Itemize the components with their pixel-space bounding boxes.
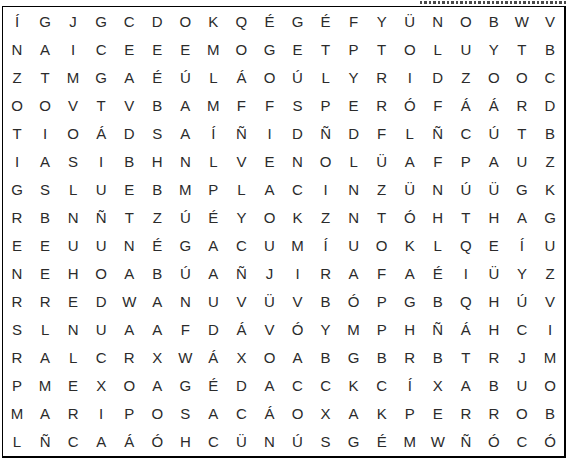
grid-cell-r11c8: U [199,288,227,316]
grid-cell-r4c18: Á [480,91,508,119]
word-search-board: ÍGJGCDOKQÉGÉFYÜNOBWVNAICEEEMOGETPTOLUYTB… [2,6,566,458]
grid-cell-r1c14: Y [368,7,396,35]
grid-cell-r6c9: V [227,147,255,175]
grid-cell-r5c12: Ñ [312,119,340,147]
grid-cell-r16c5: Á [115,428,143,456]
grid-cell-r11c11: V [283,288,311,316]
grid-cell-r16c12: S [312,428,340,456]
grid-cell-r13c11: A [283,344,311,372]
grid-cell-r2c10: G [255,35,283,63]
grid-cell-r2c19: T [508,35,536,63]
grid-cell-r10c8: A [199,260,227,288]
grid-cell-r8c10: O [255,203,283,231]
grid-cell-r5c13: D [340,119,368,147]
grid-cell-r9c14: O [368,232,396,260]
grid-cell-r15c16: E [424,400,452,428]
grid-cell-r5c7: A [171,119,199,147]
grid-cell-r12c12: Y [312,316,340,344]
grid-cell-r3c15: I [396,63,424,91]
grid-cell-r8c4: Ñ [87,203,115,231]
grid-cell-r6c8: L [199,147,227,175]
grid-cell-r5c17: C [452,119,480,147]
grid-cell-r8c2: B [31,203,59,231]
grid-cell-r3c4: G [87,63,115,91]
grid-cell-r2c18: Y [480,35,508,63]
grid-cell-r13c10: O [255,344,283,372]
grid-cell-r7c10: A [255,175,283,203]
grid-cell-r9c6: É [143,232,171,260]
grid-cell-r5c3: O [59,119,87,147]
grid-cell-r4c13: E [340,91,368,119]
grid-cell-r11c10: Ü [255,288,283,316]
grid-cell-r9c16: L [424,232,452,260]
grid-cell-r15c7: S [171,400,199,428]
grid-cell-r15c2: A [31,400,59,428]
grid-cell-r8c17: T [452,203,480,231]
grid-cell-r14c17: A [452,372,480,400]
grid-cell-r13c9: X [227,344,255,372]
grid-cell-r13c1: R [3,344,31,372]
grid-cell-r9c19: Í [508,232,536,260]
grid-cell-r10c11: I [283,260,311,288]
grid-cell-r6c20: Z [536,147,564,175]
grid-cell-r12c9: Á [227,316,255,344]
grid-cell-r5c5: D [115,119,143,147]
grid-cell-r16c19: C [508,428,536,456]
grid-cell-r5c4: Á [87,119,115,147]
grid-cell-r9c3: U [59,232,87,260]
grid-cell-r9c9: C [227,232,255,260]
grid-cell-r1c16: N [424,7,452,35]
grid-cell-r10c6: B [143,260,171,288]
grid-cell-r8c8: É [199,203,227,231]
grid-cell-r5c1: T [3,119,31,147]
grid-cell-r13c7: W [171,344,199,372]
grid-cell-r8c14: T [368,203,396,231]
grid-cell-r12c1: S [3,316,31,344]
grid-cell-r7c19: G [508,175,536,203]
grid-cell-r9c12: Í [312,232,340,260]
grid-cell-r3c18: O [480,63,508,91]
grid-cell-r6c18: A [480,147,508,175]
grid-cell-r1c1: Í [3,7,31,35]
grid-cell-r7c7: M [171,175,199,203]
grid-cell-r14c3: E [59,372,87,400]
grid-cell-r15c3: R [59,400,87,428]
grid-cell-r3c13: Y [340,63,368,91]
grid-cell-r11c9: V [227,288,255,316]
clipped-watermark-text [420,1,568,4]
grid-cell-r8c9: Y [227,203,255,231]
grid-cell-r12c11: Ó [283,316,311,344]
grid-cell-r2c17: U [452,35,480,63]
grid-cell-r12c13: M [340,316,368,344]
grid-cell-r14c1: P [3,372,31,400]
grid-cell-r4c1: O [3,91,31,119]
grid-cell-r11c13: Ó [340,288,368,316]
grid-cell-r3c7: Ú [171,63,199,91]
grid-cell-r15c4: I [87,400,115,428]
grid-cell-r12c5: A [115,316,143,344]
grid-cell-r16c18: Ó [480,428,508,456]
grid-cell-r11c6: A [143,288,171,316]
grid-cell-r6c5: B [115,147,143,175]
grid-cell-r11c17: Q [452,288,480,316]
grid-cell-r10c2: E [31,260,59,288]
grid-cell-r1c11: G [283,7,311,35]
grid-cell-r7c3: L [59,175,87,203]
grid-cell-r4c20: D [536,91,564,119]
grid-cell-r7c11: C [283,175,311,203]
grid-cell-r12c18: H [480,316,508,344]
grid-cell-r4c10: F [255,91,283,119]
grid-cell-r4c11: S [283,91,311,119]
grid-cell-r16c16: W [424,428,452,456]
grid-cell-r16c1: L [3,428,31,456]
grid-cell-r10c4: O [87,260,115,288]
grid-cell-r7c12: I [312,175,340,203]
grid-cell-r2c6: E [143,35,171,63]
grid-cell-r14c7: G [171,372,199,400]
grid-cell-r11c16: B [424,288,452,316]
grid-cell-r16c9: Ü [227,428,255,456]
grid-cell-r2c7: E [171,35,199,63]
grid-cell-r15c19: O [508,400,536,428]
grid-cell-r11c7: N [171,288,199,316]
grid-cell-r15c8: A [199,400,227,428]
grid-cell-r1c4: G [87,7,115,35]
grid-cell-r7c15: Ü [396,175,424,203]
grid-cell-r2c1: N [3,35,31,63]
grid-cell-r11c14: P [368,288,396,316]
grid-cell-r4c17: Á [452,91,480,119]
grid-cell-r9c10: U [255,232,283,260]
grid-cell-r13c12: B [312,344,340,372]
grid-cell-r13c15: R [396,344,424,372]
grid-cell-r9c13: U [340,232,368,260]
grid-cell-r1c6: D [143,7,171,35]
grid-cell-r11c20: V [536,288,564,316]
grid-cell-r6c11: N [283,147,311,175]
grid-cell-r12c16: Ñ [424,316,452,344]
grid-cell-r8c6: Z [143,203,171,231]
grid-cell-r2c15: O [396,35,424,63]
grid-cell-r11c5: W [115,288,143,316]
grid-cell-r6c10: E [255,147,283,175]
grid-cell-r7c14: Z [368,175,396,203]
grid-cell-r13c13: G [340,344,368,372]
grid-cell-r5c14: F [368,119,396,147]
grid-cell-r12c10: V [255,316,283,344]
grid-cell-r5c11: D [283,119,311,147]
grid-cell-r2c4: C [87,35,115,63]
grid-cell-r7c17: Ú [452,175,480,203]
grid-cell-r8c11: K [283,203,311,231]
grid-cell-r7c5: E [115,175,143,203]
grid-cell-r8c3: N [59,203,87,231]
grid-cell-r12c20: I [536,316,564,344]
grid-cell-r16c11: Ú [283,428,311,456]
grid-cell-r4c5: V [115,91,143,119]
grid-cell-r6c12: O [312,147,340,175]
grid-cell-r2c5: E [115,35,143,63]
grid-cell-r6c3: S [59,147,87,175]
grid-cell-r5c8: Í [199,119,227,147]
grid-cell-r1c17: O [452,7,480,35]
grid-cell-r13c3: L [59,344,87,372]
grid-cell-r2c20: B [536,35,564,63]
grid-cell-r3c3: M [59,63,87,91]
grid-cell-r16c6: Ó [143,428,171,456]
grid-cell-r2c8: M [199,35,227,63]
grid-cell-r1c20: V [536,7,564,35]
grid-cell-r15c11: O [283,400,311,428]
grid-cell-r6c19: U [508,147,536,175]
grid-cell-r5c19: T [508,119,536,147]
grid-cell-r3c11: Ú [283,63,311,91]
grid-cell-r16c15: M [396,428,424,456]
grid-cell-r1c2: G [31,7,59,35]
grid-cell-r13c19: J [508,344,536,372]
grid-cell-r4c12: P [312,91,340,119]
grid-cell-r10c3: H [59,260,87,288]
grid-cell-r12c4: U [87,316,115,344]
grid-cell-r7c18: Ü [480,175,508,203]
grid-cell-r8c19: A [508,203,536,231]
grid-cell-r4c16: F [424,91,452,119]
grid-cell-r11c3: E [59,288,87,316]
grid-cell-r1c13: F [340,7,368,35]
grid-cell-r8c20: G [536,203,564,231]
grid-cell-r15c14: K [368,400,396,428]
grid-cell-r14c10: A [255,372,283,400]
grid-cell-r10c1: N [3,260,31,288]
grid-cell-r2c12: T [312,35,340,63]
grid-cell-r7c4: U [87,175,115,203]
grid-cell-r6c6: H [143,147,171,175]
grid-cell-r12c7: F [171,316,199,344]
grid-cell-r11c19: Ú [508,288,536,316]
grid-cell-r10c13: A [340,260,368,288]
grid-cell-r7c1: G [3,175,31,203]
grid-cell-r2c14: T [368,35,396,63]
grid-cell-r4c4: T [87,91,115,119]
grid-cell-r16c7: H [171,428,199,456]
grid-cell-r8c1: R [3,203,31,231]
grid-cell-r4c19: R [508,91,536,119]
grid-cell-r12c17: Á [452,316,480,344]
grid-cell-r15c6: O [143,400,171,428]
grid-cell-r1c8: K [199,7,227,35]
grid-cell-r14c14: C [368,372,396,400]
grid-cell-r5c6: S [143,119,171,147]
grid-cell-r8c16: H [424,203,452,231]
word-search-worksheet: ÍGJGCDOKQÉGÉFYÜNOBWVNAICEEEMOGETPTOLUYTB… [0,0,571,468]
grid-cell-r15c15: P [396,400,424,428]
grid-cell-r16c13: G [340,428,368,456]
grid-cell-r10c19: Y [508,260,536,288]
grid-cell-r1c18: B [480,7,508,35]
grid-cell-r6c14: Ü [368,147,396,175]
grid-cell-r8c18: H [480,203,508,231]
grid-cell-r4c6: B [143,91,171,119]
grid-cell-r13c2: A [31,344,59,372]
grid-cell-r14c18: B [480,372,508,400]
grid-cell-r12c2: L [31,316,59,344]
grid-cell-r6c7: N [171,147,199,175]
grid-cell-r13c17: T [452,344,480,372]
grid-cell-r15c13: A [340,400,368,428]
grid-cell-r9c2: E [31,232,59,260]
grid-cell-r16c20: Ó [536,428,564,456]
grid-cell-r15c5: P [115,400,143,428]
grid-cell-r14c20: O [536,372,564,400]
grid-cell-r12c19: C [508,316,536,344]
grid-cell-r12c6: A [143,316,171,344]
grid-cell-r10c20: Z [536,260,564,288]
grid-cell-r14c13: K [340,372,368,400]
grid-cell-r10c14: F [368,260,396,288]
grid-cell-r9c11: M [283,232,311,260]
grid-cell-r15c20: B [536,400,564,428]
grid-cell-r16c14: É [368,428,396,456]
grid-cell-r5c20: B [536,119,564,147]
grid-cell-r3c14: R [368,63,396,91]
grid-cell-r11c12: B [312,288,340,316]
grid-cell-r11c2: R [31,288,59,316]
grid-cell-r3c12: L [312,63,340,91]
grid-cell-r15c9: C [227,400,255,428]
grid-cell-r13c4: C [87,344,115,372]
grid-cell-r3c9: Á [227,63,255,91]
grid-cell-r11c18: H [480,288,508,316]
grid-cell-r5c15: L [396,119,424,147]
grid-cell-r10c7: Ú [171,260,199,288]
grid-cell-r13c8: Á [199,344,227,372]
grid-cell-r16c8: C [199,428,227,456]
grid-cell-r9c17: Q [452,232,480,260]
grid-cell-r16c17: Ñ [452,428,480,456]
grid-cell-r5c16: Ñ [424,119,452,147]
grid-cell-r14c11: C [283,372,311,400]
grid-cell-r2c2: A [31,35,59,63]
grid-cell-r14c15: Í [396,372,424,400]
grid-cell-r4c3: V [59,91,87,119]
grid-cell-r1c5: C [115,7,143,35]
grid-cell-r6c17: P [452,147,480,175]
grid-cell-r1c3: J [59,7,87,35]
grid-cell-r3c5: A [115,63,143,91]
grid-cell-r7c6: B [143,175,171,203]
grid-cell-r4c2: O [31,91,59,119]
grid-cell-r7c8: P [199,175,227,203]
grid-cell-r9c18: E [480,232,508,260]
grid-cell-r2c16: L [424,35,452,63]
grid-cell-r9c5: N [115,232,143,260]
grid-cell-r12c8: D [199,316,227,344]
grid-cell-r9c1: E [3,232,31,260]
grid-cell-r3c2: T [31,63,59,91]
grid-cell-r10c16: É [424,260,452,288]
grid-cell-r16c3: C [59,428,87,456]
grid-cell-r16c4: A [87,428,115,456]
grid-cell-r15c12: X [312,400,340,428]
grid-cell-r1c7: O [171,7,199,35]
grid-cell-r4c15: Ó [396,91,424,119]
grid-cell-r14c19: U [508,372,536,400]
grid-cell-r4c9: F [227,91,255,119]
grid-cell-r5c10: I [255,119,283,147]
grid-cell-r13c14: B [368,344,396,372]
grid-cell-r3c17: Z [452,63,480,91]
grid-cell-r10c12: R [312,260,340,288]
grid-cell-r13c20: M [536,344,564,372]
grid-cell-r9c4: U [87,232,115,260]
grid-cell-r2c9: O [227,35,255,63]
grid-cell-r2c11: E [283,35,311,63]
grid-cell-r6c13: L [340,147,368,175]
grid-cell-r10c10: J [255,260,283,288]
grid-cell-r14c9: D [227,372,255,400]
grid-cell-r3c6: É [143,63,171,91]
grid-cell-r3c1: Z [3,63,31,91]
grid-cell-r11c4: D [87,288,115,316]
grid-cell-r14c8: É [199,372,227,400]
grid-cell-r4c8: M [199,91,227,119]
grid-cell-r15c17: R [452,400,480,428]
grid-cell-r16c2: Ñ [31,428,59,456]
grid-cell-r1c15: Ü [396,7,424,35]
grid-cell-r2c13: P [340,35,368,63]
grid-cell-r11c15: G [396,288,424,316]
grid-cell-r15c18: R [480,400,508,428]
grid-cell-r10c18: Ü [480,260,508,288]
grid-cell-r3c8: L [199,63,227,91]
grid-cell-r13c5: R [115,344,143,372]
grid-cell-r14c5: O [115,372,143,400]
grid-cell-r3c16: D [424,63,452,91]
grid-cell-r9c15: K [396,232,424,260]
grid-cell-r6c1: I [3,147,31,175]
grid-cell-r14c2: M [31,372,59,400]
grid-cell-r12c3: N [59,316,87,344]
grid-cell-r4c7: A [171,91,199,119]
grid-cell-r13c16: B [424,344,452,372]
grid-cell-r1c9: Q [227,7,255,35]
grid-cell-r7c2: S [31,175,59,203]
grid-cell-r10c5: A [115,260,143,288]
grid-cell-r14c4: X [87,372,115,400]
grid-cell-r8c7: Ú [171,203,199,231]
grid-cell-r14c6: A [143,372,171,400]
grid-cell-r1c19: W [508,7,536,35]
grid-cell-r7c20: K [536,175,564,203]
grid-cell-r10c9: Ñ [227,260,255,288]
grid-cell-r5c2: I [31,119,59,147]
grid-cell-r1c10: É [255,7,283,35]
grid-cell-r12c15: H [396,316,424,344]
grid-cell-r7c16: N [424,175,452,203]
grid-cell-r9c8: A [199,232,227,260]
grid-cell-r14c12: C [312,372,340,400]
grid-cell-r10c17: I [452,260,480,288]
grid-cell-r9c7: G [171,232,199,260]
grid-cell-r8c12: Z [312,203,340,231]
grid-cell-r6c2: A [31,147,59,175]
grid-cell-r13c6: X [143,344,171,372]
grid-cell-r6c4: I [87,147,115,175]
grid-cell-r10c15: A [396,260,424,288]
